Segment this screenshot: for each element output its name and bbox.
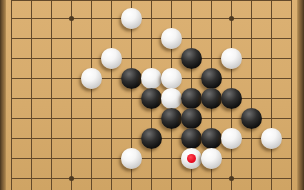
white-stone xyxy=(121,8,142,29)
grid-line-vertical xyxy=(71,0,73,190)
grid-line-vertical xyxy=(51,0,53,190)
black-stone xyxy=(141,88,162,109)
white-stone xyxy=(81,68,102,89)
black-stone xyxy=(121,68,142,89)
grid-line-horizontal xyxy=(11,158,293,160)
grid-line-vertical xyxy=(111,0,113,190)
gomoku-board[interactable] xyxy=(0,0,304,190)
grid-line-vertical xyxy=(31,0,33,190)
white-stone xyxy=(141,68,162,89)
black-stone xyxy=(201,128,222,149)
black-stone xyxy=(181,108,202,129)
white-stone xyxy=(161,28,182,49)
white-stone xyxy=(161,88,182,109)
grid-line-vertical xyxy=(291,0,293,190)
black-stone xyxy=(161,108,182,129)
black-stone xyxy=(201,68,222,89)
black-stone xyxy=(201,88,222,109)
grid-line-horizontal xyxy=(11,38,293,40)
board-left-edge xyxy=(0,0,6,190)
last-move-marker xyxy=(187,154,196,163)
black-stone xyxy=(141,128,162,149)
grid-line-vertical xyxy=(251,0,253,190)
board-right-edge xyxy=(297,0,304,190)
black-stone xyxy=(181,88,202,109)
grid-line-vertical xyxy=(91,0,93,190)
grid-line-horizontal xyxy=(11,18,293,20)
white-stone xyxy=(161,68,182,89)
grid-line-horizontal xyxy=(11,178,293,180)
grid-line-horizontal xyxy=(11,58,293,60)
star-point xyxy=(229,176,234,181)
white-stone xyxy=(221,48,242,69)
white-stone xyxy=(221,128,242,149)
star-point xyxy=(229,16,234,21)
black-stone xyxy=(181,48,202,69)
grid-line-vertical xyxy=(11,0,13,190)
white-stone xyxy=(261,128,282,149)
black-stone xyxy=(181,128,202,149)
black-stone xyxy=(221,88,242,109)
star-point xyxy=(69,176,74,181)
black-stone xyxy=(241,108,262,129)
white-stone xyxy=(201,148,222,169)
star-point xyxy=(69,16,74,21)
white-stone xyxy=(121,148,142,169)
grid-line-vertical xyxy=(271,0,273,190)
grid-line-horizontal xyxy=(11,0,293,1)
white-stone xyxy=(101,48,122,69)
